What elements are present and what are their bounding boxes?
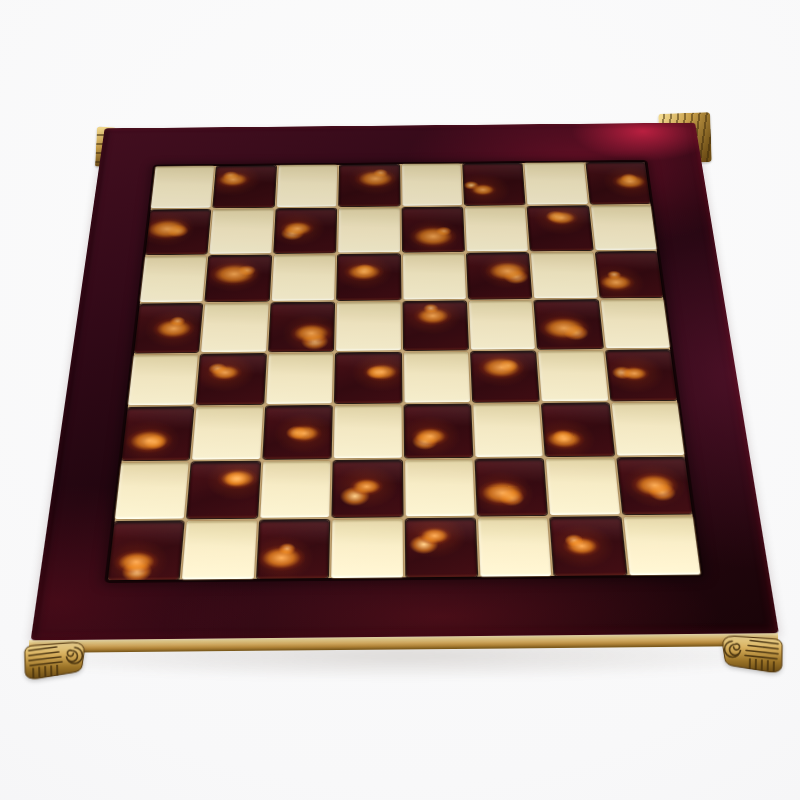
square-d8 xyxy=(339,164,399,206)
square-c5 xyxy=(269,302,334,351)
square-e7 xyxy=(402,207,464,251)
square-g7 xyxy=(528,206,593,250)
square-g1 xyxy=(551,517,626,576)
square-b2 xyxy=(187,462,259,518)
square-e4 xyxy=(404,352,470,403)
board-grid xyxy=(108,162,701,580)
square-f7 xyxy=(465,207,528,251)
square-b1 xyxy=(182,520,256,579)
square-g3 xyxy=(542,403,613,457)
square-h1 xyxy=(623,516,700,575)
square-g4 xyxy=(538,350,608,401)
square-a4 xyxy=(128,354,198,405)
square-f6 xyxy=(467,253,532,299)
square-a5 xyxy=(134,304,202,353)
square-h5 xyxy=(600,299,669,348)
square-g5 xyxy=(535,300,603,349)
square-b5 xyxy=(201,303,268,352)
square-h8 xyxy=(586,162,650,204)
square-h3 xyxy=(611,402,684,456)
square-a7 xyxy=(145,210,210,254)
square-c3 xyxy=(263,406,332,460)
square-e2 xyxy=(405,460,475,516)
square-d2 xyxy=(333,460,402,516)
board-frame xyxy=(31,123,779,641)
square-b4 xyxy=(197,353,266,404)
square-b6 xyxy=(206,255,271,301)
square-d7 xyxy=(338,208,399,252)
square-c2 xyxy=(260,461,331,517)
square-a3 xyxy=(122,407,194,461)
square-c7 xyxy=(274,209,336,253)
square-b7 xyxy=(210,209,274,253)
square-a2 xyxy=(115,462,189,518)
square-h4 xyxy=(606,350,677,401)
square-d1 xyxy=(331,519,402,578)
square-g8 xyxy=(525,162,588,204)
square-c1 xyxy=(257,519,330,578)
square-a8 xyxy=(151,166,215,208)
square-f3 xyxy=(473,404,543,458)
square-b8 xyxy=(214,165,276,207)
square-h6 xyxy=(595,251,663,297)
square-h2 xyxy=(617,458,692,514)
square-d5 xyxy=(336,302,400,351)
square-h7 xyxy=(591,206,657,250)
square-g6 xyxy=(531,252,597,298)
square-c8 xyxy=(276,165,337,207)
square-f1 xyxy=(478,517,552,576)
square-b3 xyxy=(192,406,262,460)
square-e3 xyxy=(404,404,472,458)
square-a1 xyxy=(108,521,184,580)
square-g2 xyxy=(546,458,619,514)
square-a6 xyxy=(140,256,207,302)
square-f2 xyxy=(475,459,547,515)
square-c4 xyxy=(266,353,333,404)
square-d4 xyxy=(335,352,401,403)
square-e5 xyxy=(403,301,468,350)
square-e8 xyxy=(402,164,462,206)
square-e6 xyxy=(402,253,465,299)
square-c6 xyxy=(271,254,335,300)
square-d6 xyxy=(337,254,400,300)
product-photo-scene xyxy=(0,0,800,800)
square-f5 xyxy=(469,301,535,350)
square-d3 xyxy=(334,405,402,459)
square-f4 xyxy=(471,351,539,402)
chessboard xyxy=(69,18,735,684)
square-e1 xyxy=(405,518,477,577)
square-f8 xyxy=(463,163,525,205)
